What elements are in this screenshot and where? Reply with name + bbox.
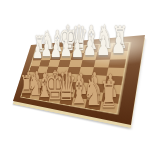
chess-board	[13, 35, 145, 125]
square-a8	[100, 101, 118, 113]
board-grid	[21, 43, 129, 113]
chess-set-photo: ♜♞♝♚♛♝♞♜♟♟♟♟♟♟♟♟♟♟♟♟♟♟♟♟♜♞♝♚♛♝♞♜	[0, 0, 150, 144]
board-frame	[13, 35, 145, 125]
square-a2	[110, 51, 127, 59]
square-a3	[108, 59, 126, 67]
